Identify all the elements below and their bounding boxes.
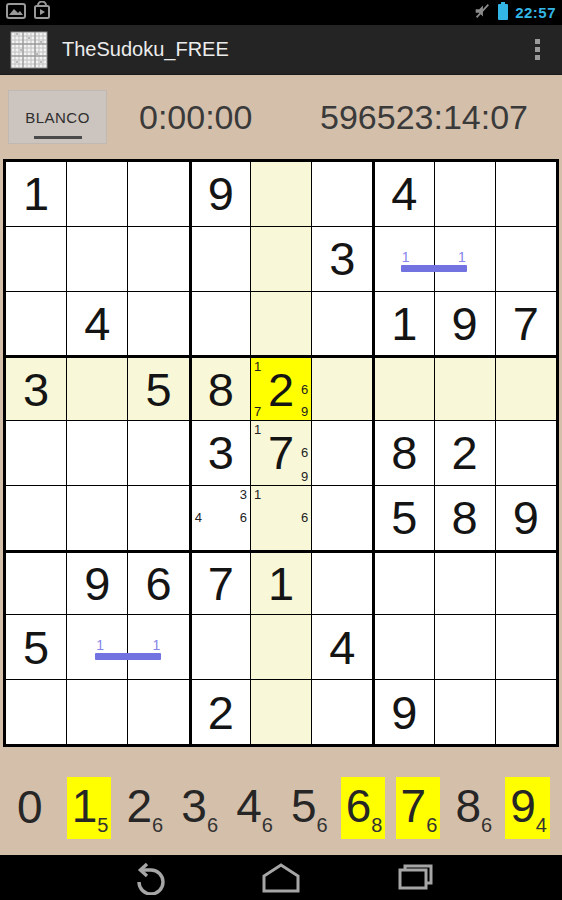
- cell-r5c7[interactable]: 8: [373, 421, 433, 485]
- cell-r5c8[interactable]: 2: [435, 421, 495, 485]
- back-icon[interactable]: [125, 860, 169, 896]
- cell-r2c6[interactable]: 3: [312, 227, 372, 291]
- cell-digit: 5: [145, 366, 171, 413]
- pad-remaining-count: 5: [97, 815, 108, 835]
- cell-digit: 3: [208, 429, 234, 476]
- battery-icon: [497, 2, 509, 24]
- pad-digit-6[interactable]: 68: [341, 777, 386, 839]
- cell-r1c2[interactable]: [67, 162, 127, 226]
- pad-remaining-count: 6: [152, 815, 163, 835]
- cell-digit: 8: [452, 494, 478, 541]
- overflow-menu-icon[interactable]: [523, 31, 552, 68]
- cell-r9c6[interactable]: [312, 680, 372, 744]
- pad-digit-label: 3: [181, 779, 207, 833]
- cell-r9c9[interactable]: [496, 680, 556, 744]
- cell-r8c9[interactable]: [496, 615, 556, 679]
- cell-r5c4[interactable]: 3: [190, 421, 250, 485]
- recents-icon[interactable]: [393, 860, 437, 896]
- pad-digit-7[interactable]: 76: [396, 777, 441, 839]
- cell-r2c7[interactable]: [373, 227, 433, 291]
- cell-digit: 1: [23, 170, 49, 217]
- cell-r2c5[interactable]: [251, 227, 311, 291]
- cell-r9c3[interactable]: [128, 680, 188, 744]
- cell-digit: 1: [391, 300, 417, 347]
- game-timer: 0:00:00: [139, 98, 252, 137]
- difficulty-button-label: BLANCO: [25, 109, 90, 126]
- difficulty-button[interactable]: BLANCO: [8, 90, 107, 144]
- pad-digit-label: 7: [401, 779, 427, 833]
- cell-r7c3[interactable]: 6: [128, 551, 188, 615]
- app-title: TheSudoku_FREE: [62, 38, 229, 61]
- pad-remaining-count: 6: [317, 815, 328, 835]
- cell-r8c6[interactable]: 4: [312, 615, 372, 679]
- pad-digit-5[interactable]: 56: [286, 777, 331, 839]
- cell-r2c2[interactable]: [67, 227, 127, 291]
- cell-r9c4[interactable]: 2: [190, 680, 250, 744]
- cell-r4c5[interactable]: 21679: [251, 356, 311, 420]
- pad-remaining-count: 6: [481, 815, 492, 835]
- cell-r4c6[interactable]: [312, 356, 372, 420]
- cell-digit: 2: [268, 366, 294, 413]
- pad-remaining-count: 6: [207, 815, 218, 835]
- cell-r6c1[interactable]: [6, 486, 66, 550]
- cell-r3c3[interactable]: [128, 292, 188, 356]
- cell-digit: 3: [329, 235, 355, 282]
- navigation-bar: [0, 855, 562, 900]
- cell-r6c7[interactable]: 5: [373, 486, 433, 550]
- cell-r7c7[interactable]: [373, 551, 433, 615]
- cell-digit: 5: [23, 624, 49, 671]
- cell-r5c1[interactable]: [6, 421, 66, 485]
- cell-r1c6[interactable]: [312, 162, 372, 226]
- cell-r3c1[interactable]: [6, 292, 66, 356]
- cell-r2c8[interactable]: [435, 227, 495, 291]
- pad-digit-9[interactable]: 94: [505, 777, 550, 839]
- number-pad: 0152636465668768694: [0, 761, 562, 855]
- cell-r7c6[interactable]: [312, 551, 372, 615]
- cell-r5c3[interactable]: [128, 421, 188, 485]
- cell-digit: 8: [208, 366, 234, 413]
- pad-remaining-count: 6: [426, 815, 437, 835]
- cell-r3c7[interactable]: 1: [373, 292, 433, 356]
- cell-r4c9[interactable]: [496, 356, 556, 420]
- cell-r1c1[interactable]: 1: [6, 162, 66, 226]
- cell-r7c8[interactable]: [435, 551, 495, 615]
- cell-r4c4[interactable]: 8: [190, 356, 250, 420]
- cell-r7c1[interactable]: [6, 551, 66, 615]
- sudoku-grid-app-icon: [10, 31, 48, 69]
- cell-r6c5[interactable]: 16: [251, 486, 311, 550]
- cell-r1c9[interactable]: [496, 162, 556, 226]
- cell-digit: 5: [391, 494, 417, 541]
- cell-r3c4[interactable]: [190, 292, 250, 356]
- mute-icon: [473, 2, 491, 24]
- cell-r4c1[interactable]: 3: [6, 356, 66, 420]
- pad-digit-3[interactable]: 36: [176, 777, 221, 839]
- cell-r1c5[interactable]: [251, 162, 311, 226]
- pencil-marks: 346: [193, 487, 249, 549]
- cell-r5c5[interactable]: 7169: [251, 421, 311, 485]
- cell-digit: 9: [208, 170, 234, 217]
- cell-digit: 9: [391, 689, 417, 736]
- pad-remaining-count: 8: [371, 815, 382, 835]
- cell-digit: 7: [513, 300, 539, 347]
- cell-r6c4[interactable]: 346: [190, 486, 250, 550]
- play-store-notification-icon: [33, 1, 51, 24]
- cell-r6c2[interactable]: [67, 486, 127, 550]
- cell-r7c2[interactable]: 9: [67, 551, 127, 615]
- cell-r2c1[interactable]: [6, 227, 66, 291]
- cell-r2c3[interactable]: [128, 227, 188, 291]
- pad-remaining-count: 4: [536, 815, 547, 835]
- sudoku-board[interactable]: 1943419735821679371698234616589967154291…: [3, 159, 559, 747]
- cell-r9c2[interactable]: [67, 680, 127, 744]
- cell-digit: 9: [513, 494, 539, 541]
- cell-r3c2[interactable]: 4: [67, 292, 127, 356]
- pad-digit-label: 9: [510, 779, 536, 833]
- cell-r6c3[interactable]: [128, 486, 188, 550]
- action-bar: TheSudoku_FREE: [0, 25, 562, 75]
- cell-digit: 7: [208, 560, 234, 607]
- cell-digit: 8: [391, 429, 417, 476]
- cell-r4c8[interactable]: [435, 356, 495, 420]
- cell-r8c7[interactable]: [373, 615, 433, 679]
- cell-r2c4[interactable]: [190, 227, 250, 291]
- total-time-counter: 596523:14:07: [320, 98, 528, 137]
- pad-digit-label: 5: [291, 779, 317, 833]
- pad-digit-8[interactable]: 86: [450, 777, 495, 839]
- cell-r3c6[interactable]: [312, 292, 372, 356]
- cell-r6c9[interactable]: 9: [496, 486, 556, 550]
- pad-digit-label: 1: [72, 779, 98, 833]
- pad-remaining-count: 6: [262, 815, 273, 835]
- cell-r5c9[interactable]: [496, 421, 556, 485]
- cell-r6c8[interactable]: 8: [435, 486, 495, 550]
- cell-digit: 9: [84, 560, 110, 607]
- pad-digit-label: 6: [346, 779, 372, 833]
- status-bar: 22:57: [0, 0, 562, 25]
- cell-r9c5[interactable]: [251, 680, 311, 744]
- cell-r5c2[interactable]: [67, 421, 127, 485]
- gallery-notification-icon: [6, 2, 26, 24]
- cell-r3c9[interactable]: 7: [496, 292, 556, 356]
- status-time: 22:57: [515, 4, 556, 21]
- cell-r8c3[interactable]: [128, 615, 188, 679]
- cell-r4c7[interactable]: [373, 356, 433, 420]
- cell-r9c7[interactable]: 9: [373, 680, 433, 744]
- pad-digit-label: 8: [455, 779, 481, 833]
- pad-digit-label: 0: [17, 780, 43, 834]
- cell-digit: 9: [452, 300, 478, 347]
- cell-digit: 7: [268, 429, 294, 476]
- cell-r3c8[interactable]: 9: [435, 292, 495, 356]
- cell-r9c1[interactable]: [6, 680, 66, 744]
- pad-digit-0[interactable]: 0: [12, 778, 57, 838]
- board-wrap: 1943419735821679371698234616589967154291…: [0, 159, 562, 747]
- cell-digit: 1: [268, 560, 294, 607]
- cell-r9c8[interactable]: [435, 680, 495, 744]
- cell-r1c8[interactable]: [435, 162, 495, 226]
- cell-r1c7[interactable]: 4: [373, 162, 433, 226]
- cell-r5c6[interactable]: [312, 421, 372, 485]
- pad-digit-label: 2: [127, 779, 153, 833]
- pad-digit-4[interactable]: 46: [231, 777, 276, 839]
- cell-r8c5[interactable]: [251, 615, 311, 679]
- home-icon[interactable]: [259, 860, 303, 896]
- cell-digit: 4: [329, 624, 355, 671]
- cell-r1c4[interactable]: 9: [190, 162, 250, 226]
- cell-r7c5[interactable]: 1: [251, 551, 311, 615]
- cell-r1c3[interactable]: [128, 162, 188, 226]
- cell-r8c4[interactable]: [190, 615, 250, 679]
- pencil-marks: 16: [252, 487, 310, 549]
- cell-r7c9[interactable]: [496, 551, 556, 615]
- cell-r4c3[interactable]: 5: [128, 356, 188, 420]
- cell-r7c4[interactable]: 7: [190, 551, 250, 615]
- cell-digit: 2: [452, 429, 478, 476]
- info-bar: BLANCO 0:00:00 596523:14:07: [0, 75, 562, 159]
- cell-r8c1[interactable]: 5: [6, 615, 66, 679]
- cell-digit: 2: [208, 689, 234, 736]
- cell-r8c8[interactable]: [435, 615, 495, 679]
- pad-digit-1[interactable]: 15: [67, 777, 112, 839]
- cell-r2c9[interactable]: [496, 227, 556, 291]
- cell-digit: 4: [391, 170, 417, 217]
- pad-digit-2[interactable]: 26: [122, 777, 167, 839]
- cell-r4c2[interactable]: [67, 356, 127, 420]
- cell-r6c6[interactable]: [312, 486, 372, 550]
- cell-r3c5[interactable]: [251, 292, 311, 356]
- pad-digit-label: 4: [236, 779, 262, 833]
- cell-digit: 3: [23, 366, 49, 413]
- cell-digit: 4: [84, 300, 110, 347]
- cell-r8c2[interactable]: [67, 615, 127, 679]
- cell-digit: 6: [145, 560, 171, 607]
